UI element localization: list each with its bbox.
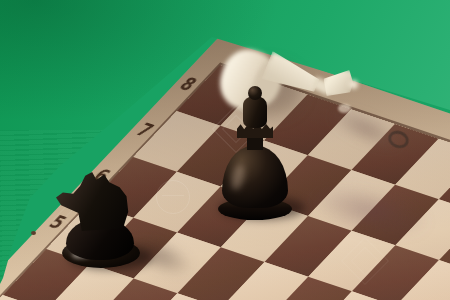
black-queen-top-ball xyxy=(248,86,262,100)
black-queen xyxy=(210,86,300,220)
white-king-crown-tip xyxy=(349,80,358,89)
chess-photo-scene: 8 7 6 5 xyxy=(0,0,450,300)
wood-grain-speck xyxy=(31,231,36,235)
black-queen-neck xyxy=(247,136,263,150)
black-knight xyxy=(56,172,148,272)
black-queen-head xyxy=(243,96,267,128)
black-knight-head xyxy=(56,172,142,236)
